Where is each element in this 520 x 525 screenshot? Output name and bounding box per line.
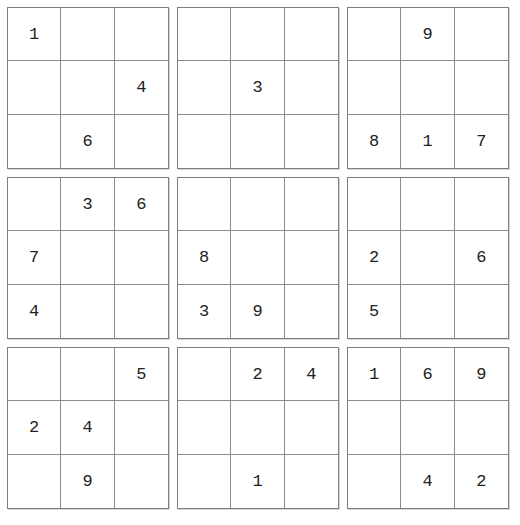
cell-r5c3[interactable]: [115, 231, 168, 284]
cell-r5c7: 2: [348, 231, 401, 284]
cell-r4c9[interactable]: [455, 178, 508, 231]
cell-r6c3[interactable]: [115, 285, 168, 338]
cell-r1c3[interactable]: [115, 8, 168, 61]
cell-r7c2[interactable]: [61, 348, 114, 401]
cell-r3c4[interactable]: [178, 115, 231, 168]
cell-r6c8[interactable]: [401, 285, 454, 338]
cell-r7c9: 9: [455, 348, 508, 401]
cell-r3c6[interactable]: [285, 115, 338, 168]
cell-r6c7: 5: [348, 285, 401, 338]
cell-r9c8: 4: [401, 455, 454, 508]
cell-r3c7: 8: [348, 115, 401, 168]
cell-r2c4[interactable]: [178, 61, 231, 114]
cell-r4c5[interactable]: [231, 178, 284, 231]
block-1: 146: [7, 7, 169, 169]
cell-r2c7[interactable]: [348, 61, 401, 114]
cell-r3c9: 7: [455, 115, 508, 168]
cell-r7c1[interactable]: [8, 348, 61, 401]
block-6: 265: [347, 177, 509, 339]
cell-r2c9[interactable]: [455, 61, 508, 114]
block-8: 241: [177, 347, 339, 509]
cell-r6c5: 9: [231, 285, 284, 338]
block-7: 5249: [7, 347, 169, 509]
cell-r9c6[interactable]: [285, 455, 338, 508]
cell-r6c2[interactable]: [61, 285, 114, 338]
cell-r2c2[interactable]: [61, 61, 114, 114]
cell-r1c4[interactable]: [178, 8, 231, 61]
cell-r6c9[interactable]: [455, 285, 508, 338]
cell-r4c6[interactable]: [285, 178, 338, 231]
cell-r3c2: 6: [61, 115, 114, 168]
cell-r4c3: 6: [115, 178, 168, 231]
cell-r8c3[interactable]: [115, 401, 168, 454]
cell-r8c8[interactable]: [401, 401, 454, 454]
cell-r2c5: 3: [231, 61, 284, 114]
cell-r7c5: 2: [231, 348, 284, 401]
cell-r4c7[interactable]: [348, 178, 401, 231]
cell-r1c7[interactable]: [348, 8, 401, 61]
block-9: 16942: [347, 347, 509, 509]
cell-r9c1[interactable]: [8, 455, 61, 508]
cell-r4c1[interactable]: [8, 178, 61, 231]
cell-r7c8: 6: [401, 348, 454, 401]
cell-r4c2: 3: [61, 178, 114, 231]
cell-r6c1: 4: [8, 285, 61, 338]
cell-r5c2[interactable]: [61, 231, 114, 284]
cell-r3c8: 1: [401, 115, 454, 168]
cell-r4c4[interactable]: [178, 178, 231, 231]
cell-r5c1: 7: [8, 231, 61, 284]
sudoku-board: 146 3 9817 3674 839 265 5249 241 16942: [7, 7, 509, 509]
cell-r7c7: 1: [348, 348, 401, 401]
cell-r5c4: 8: [178, 231, 231, 284]
cell-r1c9[interactable]: [455, 8, 508, 61]
cell-r9c2: 9: [61, 455, 114, 508]
cell-r8c6[interactable]: [285, 401, 338, 454]
cell-r9c4[interactable]: [178, 455, 231, 508]
cell-r6c6[interactable]: [285, 285, 338, 338]
cell-r1c2[interactable]: [61, 8, 114, 61]
cell-r8c9[interactable]: [455, 401, 508, 454]
cell-r8c2: 4: [61, 401, 114, 454]
cell-r8c5[interactable]: [231, 401, 284, 454]
cell-r2c6[interactable]: [285, 61, 338, 114]
cell-r1c6[interactable]: [285, 8, 338, 61]
cell-r7c4[interactable]: [178, 348, 231, 401]
cell-r5c8[interactable]: [401, 231, 454, 284]
cell-r1c1: 1: [8, 8, 61, 61]
block-4: 3674: [7, 177, 169, 339]
cell-r9c3[interactable]: [115, 455, 168, 508]
cell-r9c5: 1: [231, 455, 284, 508]
cell-r5c5[interactable]: [231, 231, 284, 284]
block-2: 3: [177, 7, 339, 169]
cell-r7c6: 4: [285, 348, 338, 401]
cell-r1c8: 9: [401, 8, 454, 61]
block-3: 9817: [347, 7, 509, 169]
cell-r5c6[interactable]: [285, 231, 338, 284]
cell-r4c8[interactable]: [401, 178, 454, 231]
cell-r8c7[interactable]: [348, 401, 401, 454]
cell-r9c9: 2: [455, 455, 508, 508]
cell-r3c5[interactable]: [231, 115, 284, 168]
cell-r6c4: 3: [178, 285, 231, 338]
block-5: 839: [177, 177, 339, 339]
cell-r3c1[interactable]: [8, 115, 61, 168]
cell-r8c4[interactable]: [178, 401, 231, 454]
cell-r2c8[interactable]: [401, 61, 454, 114]
cell-r9c7[interactable]: [348, 455, 401, 508]
cell-r2c3: 4: [115, 61, 168, 114]
cell-r3c3[interactable]: [115, 115, 168, 168]
cell-r1c5[interactable]: [231, 8, 284, 61]
cell-r8c1: 2: [8, 401, 61, 454]
cell-r5c9: 6: [455, 231, 508, 284]
cell-r2c1[interactable]: [8, 61, 61, 114]
cell-r7c3: 5: [115, 348, 168, 401]
